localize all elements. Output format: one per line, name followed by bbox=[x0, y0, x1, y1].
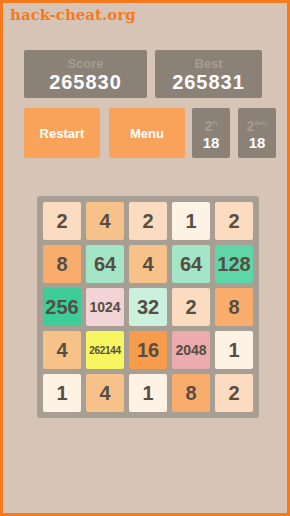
app-frame: hack-cheat.org Score 265830 Best 265831 … bbox=[0, 0, 290, 516]
score-panel: Score 265830 bbox=[24, 50, 147, 98]
game-board[interactable]: 2421286446412825610243228426214416204811… bbox=[37, 196, 259, 418]
tile-64: 64 bbox=[86, 245, 124, 283]
tile-8: 8 bbox=[172, 374, 210, 412]
tile-2048: 2048 bbox=[172, 331, 210, 369]
tile-1: 1 bbox=[172, 202, 210, 240]
restart-button[interactable]: Restart bbox=[24, 108, 100, 158]
tile-4: 4 bbox=[43, 331, 81, 369]
tile-4: 4 bbox=[129, 245, 167, 283]
score-value: 265830 bbox=[49, 71, 122, 93]
score-label: Score bbox=[67, 56, 103, 71]
tile-2: 2 bbox=[129, 202, 167, 240]
tile-1: 1 bbox=[129, 374, 167, 412]
tile-4: 4 bbox=[86, 202, 124, 240]
tile-256: 256 bbox=[43, 288, 81, 326]
tile-128: 128 bbox=[215, 245, 253, 283]
tile-1: 1 bbox=[43, 374, 81, 412]
tile-8: 8 bbox=[215, 288, 253, 326]
tile-2: 2 bbox=[172, 288, 210, 326]
tile-32: 32 bbox=[129, 288, 167, 326]
best-power-value: 18 bbox=[249, 134, 266, 151]
best-label: Best bbox=[194, 56, 222, 71]
tile-1: 1 bbox=[215, 331, 253, 369]
tile-64: 64 bbox=[172, 245, 210, 283]
tile-2: 2 bbox=[43, 202, 81, 240]
best-value: 265831 bbox=[172, 71, 245, 93]
banner-link[interactable]: hack-cheat.org bbox=[10, 6, 136, 24]
current-power-base: 2n bbox=[205, 115, 218, 134]
current-power-panel: 2n 18 bbox=[192, 108, 230, 158]
best-power-panel: 2Best 18 bbox=[238, 108, 276, 158]
tile-8: 8 bbox=[43, 245, 81, 283]
menu-button[interactable]: Menu bbox=[109, 108, 185, 158]
tile-2: 2 bbox=[215, 374, 253, 412]
tile-1024: 1024 bbox=[86, 288, 124, 326]
tile-262144: 262144 bbox=[86, 331, 124, 369]
tile-4: 4 bbox=[86, 374, 124, 412]
current-power-value: 18 bbox=[203, 134, 220, 151]
tile-16: 16 bbox=[129, 331, 167, 369]
best-power-base: 2Best bbox=[247, 115, 268, 134]
best-panel: Best 265831 bbox=[155, 50, 262, 98]
tile-2: 2 bbox=[215, 202, 253, 240]
